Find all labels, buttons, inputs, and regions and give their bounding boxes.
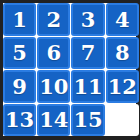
tile-15[interactable]: 15 [71,104,104,137]
tile-8[interactable]: 8 [106,37,139,70]
fifteen-puzzle-board: 123456789101112131415 [0,0,140,140]
empty-cell [106,104,139,137]
tile-5[interactable]: 5 [3,37,36,70]
tile-13[interactable]: 13 [3,104,36,137]
tile-3[interactable]: 3 [71,3,104,36]
tile-2[interactable]: 2 [37,3,70,36]
tile-7[interactable]: 7 [71,37,104,70]
tile-6[interactable]: 6 [37,37,70,70]
tile-12[interactable]: 12 [106,70,139,103]
tile-14[interactable]: 14 [37,104,70,137]
tile-9[interactable]: 9 [3,70,36,103]
tile-10[interactable]: 10 [37,70,70,103]
tile-1[interactable]: 1 [3,3,36,36]
tile-4[interactable]: 4 [106,3,139,36]
tile-11[interactable]: 11 [71,70,104,103]
